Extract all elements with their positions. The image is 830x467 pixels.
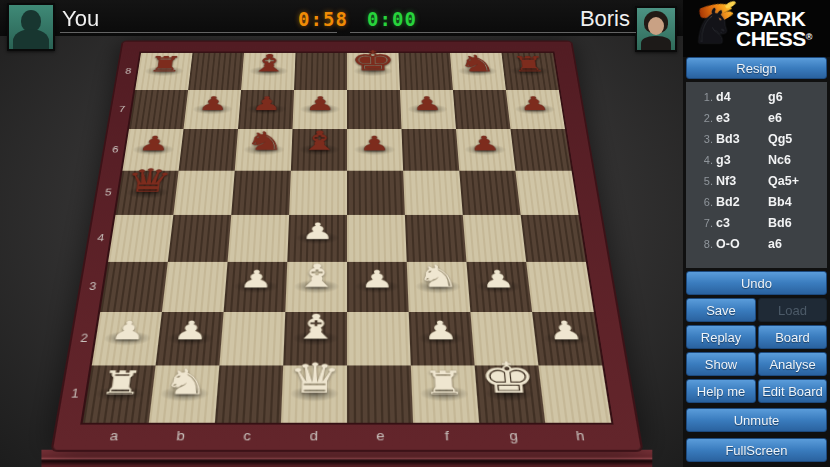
move-white: d4 — [716, 87, 768, 108]
replay-button[interactable]: Replay — [686, 325, 756, 349]
show-coach-button[interactable]: Show Coach — [686, 352, 756, 376]
move-row: 7.c3Bd6 — [686, 213, 827, 234]
piece-red-pawn-h7[interactable]: ♟ — [506, 94, 562, 113]
square-c3[interactable] — [224, 262, 288, 312]
square-c2[interactable] — [219, 312, 285, 366]
square-h4[interactable] — [521, 215, 586, 262]
file-label-g: g — [479, 427, 548, 448]
right-player-clock: 0:00 — [360, 8, 424, 30]
piece-red-knight-c6[interactable]: ♞ — [236, 128, 292, 154]
move-black: Qa5+ — [768, 171, 827, 192]
file-label-c: c — [213, 427, 281, 448]
square-b4[interactable] — [168, 215, 231, 262]
square-h6[interactable] — [510, 129, 571, 171]
square-b2[interactable] — [156, 312, 224, 366]
file-label-f: f — [413, 427, 481, 448]
left-player-clock: 0:58 — [291, 8, 355, 30]
square-a7[interactable] — [129, 90, 188, 129]
piece-red-bishop-d6[interactable]: ♝ — [292, 127, 347, 154]
move-row: 3.Bd3Qg5 — [686, 129, 827, 150]
left-player-avatar — [7, 3, 55, 51]
move-black: g6 — [768, 87, 827, 108]
sidebar: ♞ SPARK CHESS® Resign 1.d4g62.e3e63.Bd3Q… — [683, 0, 830, 467]
player-bar: You 0:58 0:00 Boris — [0, 0, 683, 36]
piece-red-rook-a8[interactable]: ♜ — [138, 54, 193, 75]
move-white: O-O — [716, 234, 768, 255]
undo-button[interactable]: Undo — [686, 271, 827, 295]
square-e3[interactable] — [347, 262, 409, 312]
piece-red-queen-a5[interactable]: ♛ — [118, 165, 179, 197]
logo-text: SPARK CHESS® — [736, 9, 813, 48]
help-me-button[interactable]: Help me — [686, 379, 756, 403]
square-e5[interactable] — [347, 171, 405, 215]
square-d8[interactable] — [294, 53, 347, 90]
square-e4[interactable] — [347, 215, 407, 262]
analyse-button[interactable]: Analyse — [758, 352, 827, 376]
piece-red-pawn-g6[interactable]: ♟ — [456, 134, 513, 154]
save-button[interactable]: Save — [686, 298, 756, 322]
move-row: 6.Bd2Bb4 — [686, 192, 827, 213]
sparkchess-app: 12345678abcdefgh ♜♝♚♞♜♟♟♟♟♟♟♞♝♟♟♛♟♟♝♟♞♟♟… — [0, 0, 830, 467]
avatar-face — [648, 17, 664, 35]
move-number: 3. — [694, 129, 716, 150]
piece-red-bishop-c8[interactable]: ♝ — [242, 51, 295, 75]
move-white: Bd2 — [716, 192, 768, 213]
move-white: e3 — [716, 108, 768, 129]
square-f2[interactable] — [409, 312, 475, 366]
square-d2[interactable] — [283, 312, 347, 366]
board-style-button[interactable]: Board Style — [758, 325, 827, 349]
knight-logo-icon: ♞ — [691, 2, 734, 50]
piece-red-pawn-c7[interactable]: ♟ — [239, 94, 294, 113]
move-list: 1.d4g62.e3e63.Bd3Qg54.g3Nc65.Nf3Qa5+6.Bd… — [686, 82, 827, 268]
move-number: 4. — [694, 150, 716, 171]
left-player-name: You — [62, 6, 99, 32]
move-black: Bd6 — [768, 213, 827, 234]
square-b8[interactable] — [188, 53, 244, 90]
move-black: Qg5 — [768, 129, 827, 150]
board-front-edge — [41, 450, 652, 467]
move-row: 4.g3Nc6 — [686, 150, 827, 171]
square-b6[interactable] — [179, 129, 238, 171]
square-f4[interactable] — [405, 215, 467, 262]
left-name-underline — [60, 32, 337, 33]
file-label-a: a — [79, 427, 149, 448]
file-label-h: h — [546, 427, 616, 448]
square-b3[interactable] — [162, 262, 228, 312]
move-black: Bb4 — [768, 192, 827, 213]
unmute-button[interactable]: Unmute — [686, 408, 827, 432]
square-b5[interactable] — [173, 171, 234, 215]
piece-red-pawn-f7[interactable]: ♟ — [400, 94, 455, 113]
square-g5[interactable] — [459, 171, 520, 215]
move-white: Nf3 — [716, 171, 768, 192]
square-f5[interactable] — [403, 171, 463, 215]
load-button: Load — [758, 298, 827, 322]
square-a2[interactable] — [92, 312, 162, 366]
square-e7[interactable] — [347, 90, 401, 129]
registered-mark: ® — [806, 32, 813, 42]
piece-red-pawn-d7[interactable]: ♟ — [293, 94, 347, 113]
move-black: e6 — [768, 108, 827, 129]
square-g7[interactable] — [453, 90, 511, 129]
avatar-silhouette-torso — [13, 29, 49, 51]
square-d1[interactable] — [281, 365, 347, 422]
move-white: c3 — [716, 213, 768, 234]
square-g1[interactable] — [475, 365, 546, 422]
square-e2[interactable] — [347, 312, 411, 366]
piece-red-knight-g8[interactable]: ♞ — [450, 52, 504, 75]
square-f3[interactable] — [407, 262, 471, 312]
square-h5[interactable] — [515, 171, 578, 215]
move-row: 1.d4g6 — [686, 87, 827, 108]
square-a3[interactable] — [100, 262, 168, 312]
square-a1[interactable] — [83, 365, 156, 422]
move-row: 8.O-Oa6 — [686, 234, 827, 255]
move-number: 2. — [694, 108, 716, 129]
square-e1[interactable] — [347, 365, 413, 422]
square-d5[interactable] — [289, 171, 347, 215]
square-a4[interactable] — [108, 215, 173, 262]
move-number: 7. — [694, 213, 716, 234]
square-g3[interactable] — [466, 262, 532, 312]
square-c4[interactable] — [228, 215, 290, 262]
move-number: 1. — [694, 87, 716, 108]
move-number: 8. — [694, 234, 716, 255]
square-h2[interactable] — [532, 312, 602, 366]
resign-button[interactable]: Resign — [686, 57, 827, 79]
square-c1[interactable] — [215, 365, 283, 422]
square-h1[interactable] — [538, 365, 611, 422]
sparkchess-logo[interactable]: ♞ SPARK CHESS® — [683, 0, 830, 57]
move-black: a6 — [768, 234, 827, 255]
avatar-body — [641, 36, 671, 52]
chess-board: 12345678abcdefgh ♜♝♚♞♜♟♟♟♟♟♟♞♝♟♟♛♟♟♝♟♞♟♟… — [53, 42, 641, 450]
move-black: Nc6 — [768, 150, 827, 171]
move-white: Bd3 — [716, 129, 768, 150]
right-player-avatar — [635, 6, 677, 52]
move-row: 5.Nf3Qa5+ — [686, 171, 827, 192]
edit-board-button[interactable]: Edit Board — [758, 379, 827, 403]
move-white: g3 — [716, 150, 768, 171]
piece-red-king-e8[interactable]: ♚ — [347, 47, 399, 75]
fullscreen-button[interactable]: FullScreen — [686, 438, 827, 462]
square-g2[interactable] — [470, 312, 538, 366]
board-scene: 12345678abcdefgh ♜♝♚♞♜♟♟♟♟♟♟♞♝♟♟♛♟♟♝♟♞♟♟… — [0, 36, 683, 467]
file-label-e: e — [347, 427, 414, 448]
file-label-b: b — [146, 427, 215, 448]
piece-red-pawn-a6[interactable]: ♟ — [125, 134, 183, 154]
square-c5[interactable] — [231, 171, 291, 215]
move-number: 6. — [694, 192, 716, 213]
square-d3[interactable] — [285, 262, 347, 312]
square-f6[interactable] — [401, 129, 459, 171]
right-player-name: Boris — [580, 6, 630, 32]
square-f8[interactable] — [398, 53, 452, 90]
piece-red-pawn-e6[interactable]: ♟ — [347, 134, 402, 154]
square-f1[interactable] — [411, 365, 479, 422]
move-row: 2.e3e6 — [686, 108, 827, 129]
right-name-underline — [350, 32, 636, 33]
file-label-d: d — [280, 427, 347, 448]
move-number: 5. — [694, 171, 716, 192]
square-b1[interactable] — [149, 365, 220, 422]
square-h3[interactable] — [526, 262, 594, 312]
piece-red-pawn-b7[interactable]: ♟ — [185, 94, 240, 113]
piece-red-rook-h8[interactable]: ♜ — [502, 54, 557, 75]
square-g4[interactable] — [463, 215, 526, 262]
